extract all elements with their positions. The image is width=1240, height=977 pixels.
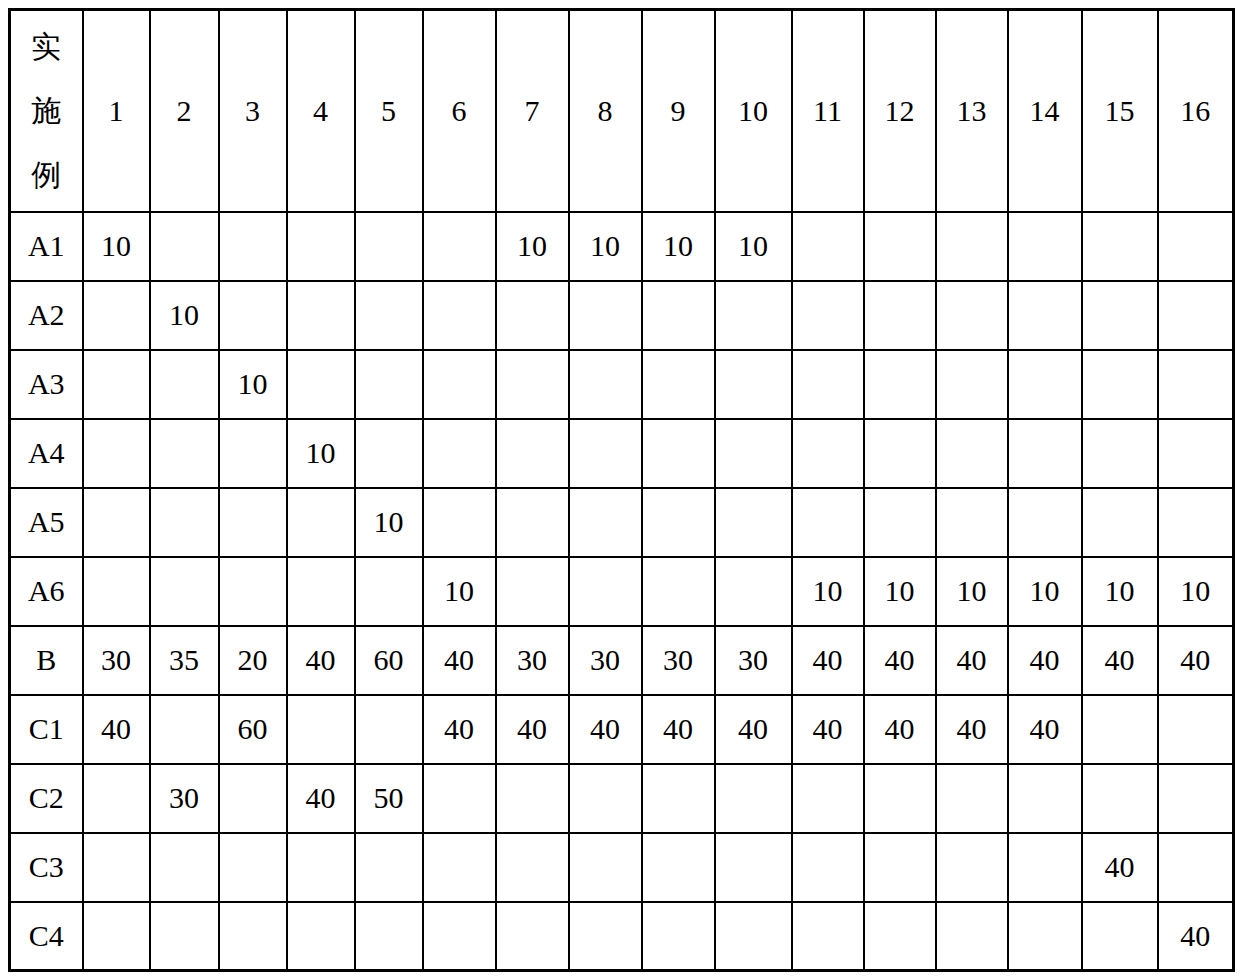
col-header-16: 16 (1158, 10, 1234, 212)
cell-A6-15: 10 (1082, 557, 1158, 626)
cell-A6-8 (569, 557, 642, 626)
cell-A3-12 (864, 350, 936, 419)
cell-A4-5 (355, 419, 423, 488)
cell-A3-9 (642, 350, 715, 419)
cell-A3-15 (1082, 350, 1158, 419)
cell-A6-6: 10 (423, 557, 496, 626)
cell-B-11: 40 (792, 626, 864, 695)
cell-A1-12 (864, 212, 936, 281)
cell-A4-16 (1158, 419, 1234, 488)
cell-A4-10 (715, 419, 792, 488)
cell-A5-9 (642, 488, 715, 557)
cell-A3-3: 10 (219, 350, 287, 419)
cell-A2-14 (1008, 281, 1082, 350)
cell-A3-7 (496, 350, 569, 419)
cell-A1-4 (287, 212, 355, 281)
cell-A3-10 (715, 350, 792, 419)
cell-A1-14 (1008, 212, 1082, 281)
cell-A4-3 (219, 419, 287, 488)
col-header-10: 10 (715, 10, 792, 212)
cell-C2-13 (936, 764, 1008, 833)
cell-A5-10 (715, 488, 792, 557)
cell-A1-2 (150, 212, 219, 281)
cell-C3-8 (569, 833, 642, 902)
cell-C3-4 (287, 833, 355, 902)
cell-A2-15 (1082, 281, 1158, 350)
cell-A4-14 (1008, 419, 1082, 488)
embodiment-table: 实 施 例12345678910111213141516A11010101010… (8, 8, 1235, 972)
cell-A6-9 (642, 557, 715, 626)
cell-A6-12: 10 (864, 557, 936, 626)
cell-A2-3 (219, 281, 287, 350)
cell-C2-11 (792, 764, 864, 833)
cell-A2-10 (715, 281, 792, 350)
cell-A3-4 (287, 350, 355, 419)
cell-B-16: 40 (1158, 626, 1234, 695)
cell-C1-9: 40 (642, 695, 715, 764)
row-label-A5: A5 (10, 488, 83, 557)
cell-C3-11 (792, 833, 864, 902)
cell-A3-8 (569, 350, 642, 419)
cell-B-6: 40 (423, 626, 496, 695)
cell-C4-8 (569, 902, 642, 971)
cell-A6-11: 10 (792, 557, 864, 626)
cell-C1-16 (1158, 695, 1234, 764)
cell-A1-16 (1158, 212, 1234, 281)
cell-C3-16 (1158, 833, 1234, 902)
cell-C1-7: 40 (496, 695, 569, 764)
col-header-8: 8 (569, 10, 642, 212)
cell-A3-11 (792, 350, 864, 419)
cell-A3-13 (936, 350, 1008, 419)
cell-C4-2 (150, 902, 219, 971)
cell-C2-12 (864, 764, 936, 833)
cell-C2-8 (569, 764, 642, 833)
cell-A5-8 (569, 488, 642, 557)
cell-C1-5 (355, 695, 423, 764)
cell-A6-10 (715, 557, 792, 626)
cell-C3-7 (496, 833, 569, 902)
col-header-1: 1 (83, 10, 150, 212)
cell-A5-4 (287, 488, 355, 557)
cell-A1-7: 10 (496, 212, 569, 281)
col-header-9: 9 (642, 10, 715, 212)
cell-C4-6 (423, 902, 496, 971)
row-label-C2: C2 (10, 764, 83, 833)
row-label-C4: C4 (10, 902, 83, 971)
cell-C2-3 (219, 764, 287, 833)
col-header-7: 7 (496, 10, 569, 212)
cell-A1-1: 10 (83, 212, 150, 281)
cell-A4-1 (83, 419, 150, 488)
cell-B-8: 30 (569, 626, 642, 695)
cell-A5-11 (792, 488, 864, 557)
cell-A4-7 (496, 419, 569, 488)
cell-A5-7 (496, 488, 569, 557)
cell-C3-2 (150, 833, 219, 902)
cell-A5-12 (864, 488, 936, 557)
cell-B-2: 35 (150, 626, 219, 695)
cell-C2-4: 40 (287, 764, 355, 833)
cell-A5-1 (83, 488, 150, 557)
row-label-A3: A3 (10, 350, 83, 419)
cell-C3-5 (355, 833, 423, 902)
table-row-A5: A510 (10, 488, 1234, 557)
cell-A2-1 (83, 281, 150, 350)
cell-A5-3 (219, 488, 287, 557)
cell-A2-11 (792, 281, 864, 350)
table-body: 实 施 例12345678910111213141516A11010101010… (10, 10, 1234, 971)
cell-C4-11 (792, 902, 864, 971)
cell-C4-1 (83, 902, 150, 971)
cell-A1-13 (936, 212, 1008, 281)
cell-C4-3 (219, 902, 287, 971)
row-label-C3: C3 (10, 833, 83, 902)
cell-C3-9 (642, 833, 715, 902)
col-header-14: 14 (1008, 10, 1082, 212)
cell-C4-10 (715, 902, 792, 971)
cell-C1-2 (150, 695, 219, 764)
document-page: 实 施 例12345678910111213141516A11010101010… (0, 0, 1240, 977)
cell-C4-13 (936, 902, 1008, 971)
corner-label: 实 施 例 (10, 10, 83, 212)
cell-A2-6 (423, 281, 496, 350)
cell-A1-6 (423, 212, 496, 281)
cell-A3-14 (1008, 350, 1082, 419)
cell-A2-5 (355, 281, 423, 350)
cell-A5-2 (150, 488, 219, 557)
cell-C4-14 (1008, 902, 1082, 971)
cell-B-13: 40 (936, 626, 1008, 695)
cell-A1-5 (355, 212, 423, 281)
cell-C3-6 (423, 833, 496, 902)
cell-C4-5 (355, 902, 423, 971)
cell-A1-10: 10 (715, 212, 792, 281)
cell-A4-15 (1082, 419, 1158, 488)
cell-A6-1 (83, 557, 150, 626)
cell-C2-1 (83, 764, 150, 833)
col-header-5: 5 (355, 10, 423, 212)
cell-A6-13: 10 (936, 557, 1008, 626)
cell-A6-2 (150, 557, 219, 626)
table-row-C2: C2304050 (10, 764, 1234, 833)
cell-A1-3 (219, 212, 287, 281)
cell-A4-8 (569, 419, 642, 488)
cell-A3-16 (1158, 350, 1234, 419)
cell-A6-7 (496, 557, 569, 626)
cell-C1-15 (1082, 695, 1158, 764)
col-header-11: 11 (792, 10, 864, 212)
cell-C3-3 (219, 833, 287, 902)
cell-C1-3: 60 (219, 695, 287, 764)
cell-C1-13: 40 (936, 695, 1008, 764)
cell-A2-7 (496, 281, 569, 350)
cell-A4-2 (150, 419, 219, 488)
cell-C2-5: 50 (355, 764, 423, 833)
cell-B-4: 40 (287, 626, 355, 695)
table-row-C1: C14060404040404040404040 (10, 695, 1234, 764)
cell-A6-4 (287, 557, 355, 626)
table-row-C4: C440 (10, 902, 1234, 971)
cell-C2-15 (1082, 764, 1158, 833)
table-row-A3: A310 (10, 350, 1234, 419)
cell-C1-8: 40 (569, 695, 642, 764)
cell-A1-9: 10 (642, 212, 715, 281)
cell-C1-6: 40 (423, 695, 496, 764)
cell-C1-1: 40 (83, 695, 150, 764)
cell-C3-14 (1008, 833, 1082, 902)
cell-C3-10 (715, 833, 792, 902)
cell-B-10: 30 (715, 626, 792, 695)
cell-B-14: 40 (1008, 626, 1082, 695)
cell-A2-4 (287, 281, 355, 350)
cell-A4-4: 10 (287, 419, 355, 488)
cell-C4-7 (496, 902, 569, 971)
cell-C3-1 (83, 833, 150, 902)
col-header-2: 2 (150, 10, 219, 212)
row-label-B: B (10, 626, 83, 695)
cell-C1-12: 40 (864, 695, 936, 764)
cell-A4-9 (642, 419, 715, 488)
cell-B-3: 20 (219, 626, 287, 695)
cell-C4-16: 40 (1158, 902, 1234, 971)
cell-C2-2: 30 (150, 764, 219, 833)
table-row-A2: A210 (10, 281, 1234, 350)
cell-C2-7 (496, 764, 569, 833)
cell-A2-12 (864, 281, 936, 350)
cell-A4-13 (936, 419, 1008, 488)
row-label-A1: A1 (10, 212, 83, 281)
cell-C4-12 (864, 902, 936, 971)
cell-A2-9 (642, 281, 715, 350)
col-header-3: 3 (219, 10, 287, 212)
cell-A6-14: 10 (1008, 557, 1082, 626)
cell-A2-2: 10 (150, 281, 219, 350)
cell-A4-6 (423, 419, 496, 488)
cell-A3-6 (423, 350, 496, 419)
cell-C2-14 (1008, 764, 1082, 833)
cell-C4-4 (287, 902, 355, 971)
cell-A1-8: 10 (569, 212, 642, 281)
cell-A4-12 (864, 419, 936, 488)
cell-B-1: 30 (83, 626, 150, 695)
cell-C3-13 (936, 833, 1008, 902)
cell-B-9: 30 (642, 626, 715, 695)
row-label-A4: A4 (10, 419, 83, 488)
col-header-6: 6 (423, 10, 496, 212)
row-label-A2: A2 (10, 281, 83, 350)
cell-A5-6 (423, 488, 496, 557)
table-row-A6: A610101010101010 (10, 557, 1234, 626)
cell-A3-2 (150, 350, 219, 419)
cell-A6-16: 10 (1158, 557, 1234, 626)
cell-C1-11: 40 (792, 695, 864, 764)
cell-C4-15 (1082, 902, 1158, 971)
cell-B-7: 30 (496, 626, 569, 695)
cell-C2-6 (423, 764, 496, 833)
cell-A3-5 (355, 350, 423, 419)
cell-B-15: 40 (1082, 626, 1158, 695)
cell-C1-14: 40 (1008, 695, 1082, 764)
cell-A5-13 (936, 488, 1008, 557)
cell-C2-10 (715, 764, 792, 833)
cell-A4-11 (792, 419, 864, 488)
header-row: 实 施 例12345678910111213141516 (10, 10, 1234, 212)
row-label-C1: C1 (10, 695, 83, 764)
cell-A5-14 (1008, 488, 1082, 557)
cell-C2-16 (1158, 764, 1234, 833)
cell-A6-5 (355, 557, 423, 626)
table-row-B: B30352040604030303030404040404040 (10, 626, 1234, 695)
cell-C3-12 (864, 833, 936, 902)
col-header-4: 4 (287, 10, 355, 212)
table-row-C3: C340 (10, 833, 1234, 902)
cell-A1-15 (1082, 212, 1158, 281)
cell-B-5: 60 (355, 626, 423, 695)
cell-B-12: 40 (864, 626, 936, 695)
table-row-A4: A410 (10, 419, 1234, 488)
col-header-12: 12 (864, 10, 936, 212)
cell-A5-5: 10 (355, 488, 423, 557)
col-header-13: 13 (936, 10, 1008, 212)
cell-C4-9 (642, 902, 715, 971)
table-row-A1: A11010101010 (10, 212, 1234, 281)
cell-A2-13 (936, 281, 1008, 350)
row-label-A6: A6 (10, 557, 83, 626)
col-header-15: 15 (1082, 10, 1158, 212)
cell-A5-15 (1082, 488, 1158, 557)
cell-A5-16 (1158, 488, 1234, 557)
cell-A2-8 (569, 281, 642, 350)
cell-C1-4 (287, 695, 355, 764)
cell-C3-15: 40 (1082, 833, 1158, 902)
cell-C1-10: 40 (715, 695, 792, 764)
cell-A1-11 (792, 212, 864, 281)
cell-A3-1 (83, 350, 150, 419)
cell-A6-3 (219, 557, 287, 626)
cell-C2-9 (642, 764, 715, 833)
cell-A2-16 (1158, 281, 1234, 350)
